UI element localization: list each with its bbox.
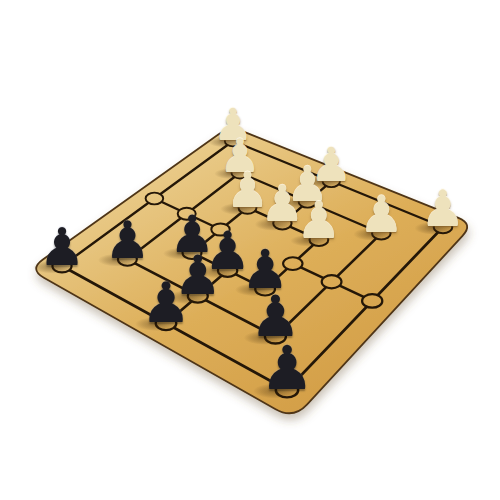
morris-product-photo: ♟♟♟♟♟♟♟♟♟♟♟♟♟♟♟♟♟♟ xyxy=(0,0,500,500)
point-d7 xyxy=(362,294,382,308)
point-g1 xyxy=(225,136,241,147)
point-a4 xyxy=(156,316,177,330)
point-c3 xyxy=(183,246,202,259)
point-b4 xyxy=(188,289,208,302)
point-e5 xyxy=(310,233,329,246)
point-c5 xyxy=(255,282,275,295)
point-d3 xyxy=(211,223,229,235)
point-b6 xyxy=(265,330,286,344)
board-photo-svg xyxy=(0,0,500,500)
point-g7 xyxy=(434,221,453,233)
point-f6 xyxy=(372,227,391,239)
point-d6 xyxy=(322,275,342,288)
point-c4 xyxy=(218,264,237,277)
point-a1 xyxy=(52,260,71,273)
point-a7 xyxy=(276,383,298,398)
point-f4 xyxy=(299,196,317,208)
point-f2 xyxy=(231,167,248,178)
point-d1 xyxy=(146,193,164,205)
point-e3 xyxy=(239,202,257,214)
point-g4 xyxy=(323,176,340,188)
point-e4 xyxy=(273,217,291,229)
point-d2 xyxy=(178,208,196,220)
point-b2 xyxy=(118,253,137,266)
point-d5 xyxy=(283,257,302,270)
